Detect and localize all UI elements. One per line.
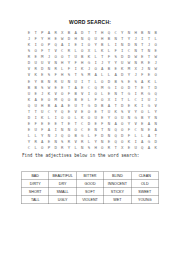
word-cell: SMALL <box>49 188 76 196</box>
word-list-table: BADBEAUTIFULBITTERBLINDCLEANDIRTYDRYGOOD… <box>21 172 158 204</box>
word-table-row: SHORTSMALLSOFTSTICKYSWEET <box>21 188 158 196</box>
word-cell: BEAUTIFUL <box>49 172 76 180</box>
word-cell: BAD <box>21 172 48 180</box>
grid-cell: L <box>72 145 79 151</box>
grid-cell: R <box>59 145 66 151</box>
word-cell: BITTER <box>76 172 103 180</box>
word-cell: YOUNG <box>131 196 158 204</box>
word-cell: BLIND <box>104 172 131 180</box>
grid-cell: T <box>112 145 119 151</box>
word-cell: STICKY <box>104 188 131 196</box>
grid-cell: R <box>106 145 113 151</box>
word-cell: SWEET <box>131 188 158 196</box>
word-cell: UGLY <box>49 196 76 204</box>
grid-cell: O <box>99 145 106 151</box>
grid-cell: D <box>52 145 59 151</box>
word-table-row: TALLUGLYVIOLENTWETYOUNG <box>21 196 158 204</box>
word-cell: CLEAN <box>131 172 158 180</box>
word-search-grid: ETPARXBADTTHQCYNHBNBJFYHEWDHNQUHBNTYJITL… <box>26 30 159 151</box>
word-cell: GOOD <box>76 180 103 188</box>
word-cell: VIOLENT <box>76 196 103 204</box>
worksheet-page: WORD SEARCH: ETPARXBADTTHQCYNHBNBJFYHEWD… <box>0 0 180 255</box>
grid-cell: X <box>119 145 126 151</box>
grid-cell: A <box>146 145 153 151</box>
instruction-text: Find the adjectives below in the word se… <box>22 153 146 159</box>
grid-cell: H <box>92 145 99 151</box>
grid-cell: Y <box>66 145 73 151</box>
word-cell: DRY <box>49 180 76 188</box>
word-cell: SOFT <box>76 188 103 196</box>
grid-cell: Q <box>139 145 146 151</box>
grid-cell: L <box>32 145 39 151</box>
page-title: WORD SEARCH: <box>0 0 180 25</box>
word-table-row: BADBEAUTIFULBITTERBLINDCLEAN <box>21 172 158 180</box>
grid-cell: K <box>152 145 159 151</box>
grid-cell: E <box>126 145 133 151</box>
grid-cell: O <box>39 145 46 151</box>
grid-cell: C <box>26 145 33 151</box>
word-table-row: DIRTYDRYGOODINNOCENTOLD <box>21 180 158 188</box>
word-cell: WET <box>104 196 131 204</box>
grid-cell: S <box>86 145 93 151</box>
word-cell: DIRTY <box>21 180 48 188</box>
word-list-body: BADBEAUTIFULBITTERBLINDCLEANDIRTYDRYGOOD… <box>21 172 158 204</box>
word-cell: INNOCENT <box>104 180 131 188</box>
grid-cell: P <box>46 145 53 151</box>
word-cell: SHORT <box>21 188 48 196</box>
word-cell: OLD <box>131 180 158 188</box>
grid-cell: N <box>79 145 86 151</box>
word-cell: TALL <box>21 196 48 204</box>
grid-cell: U <box>132 145 139 151</box>
